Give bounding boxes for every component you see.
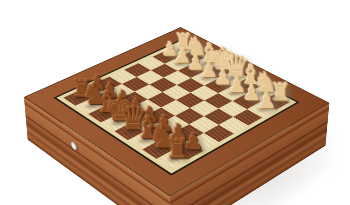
drawer-knob bbox=[71, 140, 77, 152]
white-pawn: ♟ bbox=[244, 91, 289, 112]
chess-case-assembly: ♜♟♟♜♞♟♟♞♝♟♟♝♚♟♟♚♛♟♟♛♝♟♟♝♞♟♟♞♜♟♟♜ bbox=[24, 27, 329, 196]
square-a2: ♟ bbox=[247, 102, 276, 118]
square-a8: ♜ bbox=[157, 150, 188, 169]
black-rook: ♜ bbox=[153, 136, 202, 163]
product-photo-scene: ♜♟♟♜♞♟♟♞♝♟♟♝♚♟♟♚♛♟♟♛♝♟♟♝♞♟♟♞♜♟♟♜ bbox=[0, 0, 350, 205]
